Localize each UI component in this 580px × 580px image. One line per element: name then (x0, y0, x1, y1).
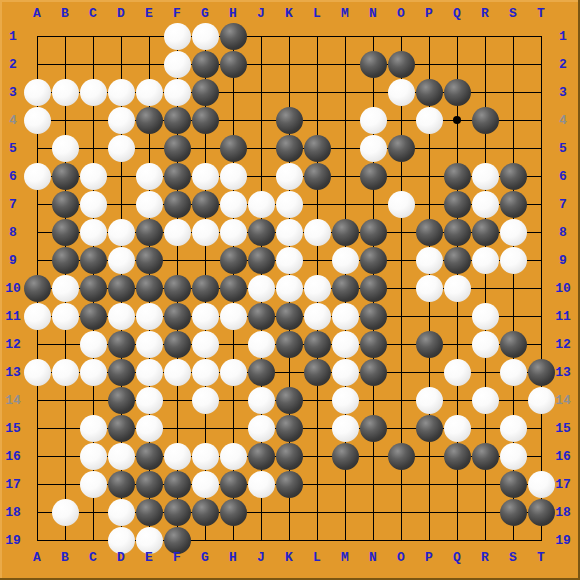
intersection-D18[interactable] (107, 498, 135, 526)
intersection-R5[interactable] (471, 134, 499, 162)
intersection-S15[interactable] (499, 414, 527, 442)
intersection-K8[interactable] (275, 218, 303, 246)
intersection-P18[interactable] (415, 498, 443, 526)
intersection-F2[interactable] (163, 50, 191, 78)
intersection-N5[interactable] (359, 134, 387, 162)
intersection-C6[interactable] (79, 162, 107, 190)
intersection-R6[interactable] (471, 162, 499, 190)
intersection-E3[interactable] (135, 78, 163, 106)
intersection-H12[interactable] (219, 330, 247, 358)
intersection-G4[interactable] (191, 106, 219, 134)
intersection-D7[interactable] (107, 190, 135, 218)
intersection-G14[interactable] (191, 386, 219, 414)
intersection-N10[interactable] (359, 274, 387, 302)
intersection-K9[interactable] (275, 246, 303, 274)
intersection-E12[interactable] (135, 330, 163, 358)
intersection-F3[interactable] (163, 78, 191, 106)
intersection-G13[interactable] (191, 358, 219, 386)
intersection-P2[interactable] (415, 50, 443, 78)
intersection-R17[interactable] (471, 470, 499, 498)
intersection-K1[interactable] (275, 22, 303, 50)
intersection-J18[interactable] (247, 498, 275, 526)
intersection-O9[interactable] (387, 246, 415, 274)
intersection-A6[interactable] (23, 162, 51, 190)
intersection-K10[interactable] (275, 274, 303, 302)
intersection-O2[interactable] (387, 50, 415, 78)
intersection-O1[interactable] (387, 22, 415, 50)
intersection-D16[interactable] (107, 442, 135, 470)
intersection-B9[interactable] (51, 246, 79, 274)
intersection-Q7[interactable] (443, 190, 471, 218)
intersection-G11[interactable] (191, 302, 219, 330)
intersection-N11[interactable] (359, 302, 387, 330)
intersection-Q5[interactable] (443, 134, 471, 162)
intersection-R13[interactable] (471, 358, 499, 386)
intersection-B14[interactable] (51, 386, 79, 414)
intersection-G16[interactable] (191, 442, 219, 470)
intersection-S8[interactable] (499, 218, 527, 246)
intersection-H11[interactable] (219, 302, 247, 330)
intersection-G5[interactable] (191, 134, 219, 162)
intersection-O10[interactable] (387, 274, 415, 302)
intersection-G6[interactable] (191, 162, 219, 190)
intersection-C14[interactable] (79, 386, 107, 414)
intersection-M8[interactable] (331, 218, 359, 246)
intersection-Q2[interactable] (443, 50, 471, 78)
intersection-O6[interactable] (387, 162, 415, 190)
intersection-D11[interactable] (107, 302, 135, 330)
intersection-B5[interactable] (51, 134, 79, 162)
intersection-S11[interactable] (499, 302, 527, 330)
intersection-B8[interactable] (51, 218, 79, 246)
intersection-C1[interactable] (79, 22, 107, 50)
intersection-E1[interactable] (135, 22, 163, 50)
intersection-B4[interactable] (51, 106, 79, 134)
intersection-K3[interactable] (275, 78, 303, 106)
intersection-O16[interactable] (387, 442, 415, 470)
intersection-D3[interactable] (107, 78, 135, 106)
intersection-P11[interactable] (415, 302, 443, 330)
intersection-Q13[interactable] (443, 358, 471, 386)
intersection-J14[interactable] (247, 386, 275, 414)
intersection-L13[interactable] (303, 358, 331, 386)
intersection-B16[interactable] (51, 442, 79, 470)
intersection-B6[interactable] (51, 162, 79, 190)
intersection-N6[interactable] (359, 162, 387, 190)
intersection-A17[interactable] (23, 470, 51, 498)
intersection-S2[interactable] (499, 50, 527, 78)
intersection-D2[interactable] (107, 50, 135, 78)
intersection-C4[interactable] (79, 106, 107, 134)
intersection-Q3[interactable] (443, 78, 471, 106)
intersection-A4[interactable] (23, 106, 51, 134)
intersection-D6[interactable] (107, 162, 135, 190)
intersection-D10[interactable] (107, 274, 135, 302)
intersection-H13[interactable] (219, 358, 247, 386)
intersection-B11[interactable] (51, 302, 79, 330)
intersection-J9[interactable] (247, 246, 275, 274)
intersection-S10[interactable] (499, 274, 527, 302)
intersection-S5[interactable] (499, 134, 527, 162)
intersection-Q10[interactable] (443, 274, 471, 302)
intersection-H7[interactable] (219, 190, 247, 218)
intersection-F13[interactable] (163, 358, 191, 386)
intersection-B3[interactable] (51, 78, 79, 106)
intersection-A1[interactable] (23, 22, 51, 50)
intersection-B13[interactable] (51, 358, 79, 386)
intersection-P7[interactable] (415, 190, 443, 218)
intersection-E6[interactable] (135, 162, 163, 190)
intersection-F16[interactable] (163, 442, 191, 470)
intersection-H10[interactable] (219, 274, 247, 302)
intersection-J10[interactable] (247, 274, 275, 302)
intersection-N18[interactable] (359, 498, 387, 526)
intersection-G9[interactable] (191, 246, 219, 274)
intersection-M6[interactable] (331, 162, 359, 190)
intersection-P16[interactable] (415, 442, 443, 470)
intersection-H14[interactable] (219, 386, 247, 414)
intersection-Q11[interactable] (443, 302, 471, 330)
intersection-F8[interactable] (163, 218, 191, 246)
intersection-G12[interactable] (191, 330, 219, 358)
intersection-L14[interactable] (303, 386, 331, 414)
intersection-E16[interactable] (135, 442, 163, 470)
intersection-P10[interactable] (415, 274, 443, 302)
intersection-F7[interactable] (163, 190, 191, 218)
intersection-R11[interactable] (471, 302, 499, 330)
intersection-H18[interactable] (219, 498, 247, 526)
intersection-R4[interactable] (471, 106, 499, 134)
intersection-E9[interactable] (135, 246, 163, 274)
intersection-S18[interactable] (499, 498, 527, 526)
intersection-J8[interactable] (247, 218, 275, 246)
intersection-E4[interactable] (135, 106, 163, 134)
intersection-Q18[interactable] (443, 498, 471, 526)
intersection-E15[interactable] (135, 414, 163, 442)
intersection-E2[interactable] (135, 50, 163, 78)
intersection-K15[interactable] (275, 414, 303, 442)
intersection-J15[interactable] (247, 414, 275, 442)
intersection-B18[interactable] (51, 498, 79, 526)
intersection-H2[interactable] (219, 50, 247, 78)
intersection-A13[interactable] (23, 358, 51, 386)
intersection-L11[interactable] (303, 302, 331, 330)
intersection-K17[interactable] (275, 470, 303, 498)
intersection-E14[interactable] (135, 386, 163, 414)
intersection-N17[interactable] (359, 470, 387, 498)
intersection-O15[interactable] (387, 414, 415, 442)
intersection-B12[interactable] (51, 330, 79, 358)
intersection-M3[interactable] (331, 78, 359, 106)
intersection-O8[interactable] (387, 218, 415, 246)
intersection-S3[interactable] (499, 78, 527, 106)
intersection-J17[interactable] (247, 470, 275, 498)
intersection-R10[interactable] (471, 274, 499, 302)
intersection-O11[interactable] (387, 302, 415, 330)
intersection-S13[interactable] (499, 358, 527, 386)
intersection-R3[interactable] (471, 78, 499, 106)
intersection-G17[interactable] (191, 470, 219, 498)
intersection-F12[interactable] (163, 330, 191, 358)
intersection-Q12[interactable] (443, 330, 471, 358)
intersection-Q8[interactable] (443, 218, 471, 246)
intersection-E8[interactable] (135, 218, 163, 246)
intersection-R1[interactable] (471, 22, 499, 50)
intersection-B15[interactable] (51, 414, 79, 442)
intersection-Q16[interactable] (443, 442, 471, 470)
intersection-P5[interactable] (415, 134, 443, 162)
intersection-A16[interactable] (23, 442, 51, 470)
intersection-C12[interactable] (79, 330, 107, 358)
intersection-A10[interactable] (23, 274, 51, 302)
intersection-G15[interactable] (191, 414, 219, 442)
intersection-N1[interactable] (359, 22, 387, 50)
intersection-P12[interactable] (415, 330, 443, 358)
intersection-H9[interactable] (219, 246, 247, 274)
intersection-L15[interactable] (303, 414, 331, 442)
intersection-N16[interactable] (359, 442, 387, 470)
intersection-S7[interactable] (499, 190, 527, 218)
intersection-O4[interactable] (387, 106, 415, 134)
intersection-J12[interactable] (247, 330, 275, 358)
intersection-D1[interactable] (107, 22, 135, 50)
intersection-G2[interactable] (191, 50, 219, 78)
intersection-K12[interactable] (275, 330, 303, 358)
intersection-S6[interactable] (499, 162, 527, 190)
intersection-M5[interactable] (331, 134, 359, 162)
intersection-B10[interactable] (51, 274, 79, 302)
intersection-N8[interactable] (359, 218, 387, 246)
intersection-Q6[interactable] (443, 162, 471, 190)
intersection-K4[interactable] (275, 106, 303, 134)
intersection-Q4[interactable] (443, 106, 471, 134)
intersection-P17[interactable] (415, 470, 443, 498)
intersection-R18[interactable] (471, 498, 499, 526)
intersection-M16[interactable] (331, 442, 359, 470)
intersection-G1[interactable] (191, 22, 219, 50)
intersection-M7[interactable] (331, 190, 359, 218)
intersection-F18[interactable] (163, 498, 191, 526)
intersection-H6[interactable] (219, 162, 247, 190)
intersection-Q15[interactable] (443, 414, 471, 442)
intersection-D15[interactable] (107, 414, 135, 442)
intersection-L10[interactable] (303, 274, 331, 302)
intersection-E5[interactable] (135, 134, 163, 162)
intersection-N15[interactable] (359, 414, 387, 442)
intersection-O12[interactable] (387, 330, 415, 358)
intersection-R8[interactable] (471, 218, 499, 246)
intersection-C10[interactable] (79, 274, 107, 302)
intersection-F5[interactable] (163, 134, 191, 162)
intersection-L1[interactable] (303, 22, 331, 50)
intersection-A5[interactable] (23, 134, 51, 162)
intersection-N3[interactable] (359, 78, 387, 106)
intersection-Q9[interactable] (443, 246, 471, 274)
intersection-R14[interactable] (471, 386, 499, 414)
intersection-L8[interactable] (303, 218, 331, 246)
intersection-C11[interactable] (79, 302, 107, 330)
intersection-N7[interactable] (359, 190, 387, 218)
intersection-M11[interactable] (331, 302, 359, 330)
intersection-F9[interactable] (163, 246, 191, 274)
intersection-P4[interactable] (415, 106, 443, 134)
intersection-H8[interactable] (219, 218, 247, 246)
intersection-P9[interactable] (415, 246, 443, 274)
intersection-K5[interactable] (275, 134, 303, 162)
intersection-R7[interactable] (471, 190, 499, 218)
intersection-A18[interactable] (23, 498, 51, 526)
intersection-P1[interactable] (415, 22, 443, 50)
intersection-G18[interactable] (191, 498, 219, 526)
intersection-C3[interactable] (79, 78, 107, 106)
intersection-P3[interactable] (415, 78, 443, 106)
intersection-S9[interactable] (499, 246, 527, 274)
intersection-O3[interactable] (387, 78, 415, 106)
intersection-K16[interactable] (275, 442, 303, 470)
intersection-D12[interactable] (107, 330, 135, 358)
intersection-H15[interactable] (219, 414, 247, 442)
intersection-B17[interactable] (51, 470, 79, 498)
intersection-C18[interactable] (79, 498, 107, 526)
intersection-M9[interactable] (331, 246, 359, 274)
intersection-F4[interactable] (163, 106, 191, 134)
intersection-M13[interactable] (331, 358, 359, 386)
intersection-F14[interactable] (163, 386, 191, 414)
intersection-E13[interactable] (135, 358, 163, 386)
intersection-M4[interactable] (331, 106, 359, 134)
intersection-L18[interactable] (303, 498, 331, 526)
intersection-S4[interactable] (499, 106, 527, 134)
intersection-J2[interactable] (247, 50, 275, 78)
intersection-L9[interactable] (303, 246, 331, 274)
intersection-E7[interactable] (135, 190, 163, 218)
intersection-F1[interactable] (163, 22, 191, 50)
intersection-N12[interactable] (359, 330, 387, 358)
intersection-N2[interactable] (359, 50, 387, 78)
intersection-H3[interactable] (219, 78, 247, 106)
intersection-J16[interactable] (247, 442, 275, 470)
intersection-C15[interactable] (79, 414, 107, 442)
intersection-J1[interactable] (247, 22, 275, 50)
intersection-M17[interactable] (331, 470, 359, 498)
intersection-B7[interactable] (51, 190, 79, 218)
intersection-L6[interactable] (303, 162, 331, 190)
intersection-F6[interactable] (163, 162, 191, 190)
intersection-H1[interactable] (219, 22, 247, 50)
intersection-Q17[interactable] (443, 470, 471, 498)
intersection-M10[interactable] (331, 274, 359, 302)
intersection-O14[interactable] (387, 386, 415, 414)
intersection-P8[interactable] (415, 218, 443, 246)
intersection-E18[interactable] (135, 498, 163, 526)
intersection-J7[interactable] (247, 190, 275, 218)
intersection-C17[interactable] (79, 470, 107, 498)
intersection-A8[interactable] (23, 218, 51, 246)
intersection-C8[interactable] (79, 218, 107, 246)
intersection-L7[interactable] (303, 190, 331, 218)
intersection-N4[interactable] (359, 106, 387, 134)
intersection-P13[interactable] (415, 358, 443, 386)
intersection-A7[interactable] (23, 190, 51, 218)
intersection-S1[interactable] (499, 22, 527, 50)
intersection-N9[interactable] (359, 246, 387, 274)
intersection-B1[interactable] (51, 22, 79, 50)
intersection-L16[interactable] (303, 442, 331, 470)
intersection-S14[interactable] (499, 386, 527, 414)
intersection-M18[interactable] (331, 498, 359, 526)
intersection-S17[interactable] (499, 470, 527, 498)
intersection-J3[interactable] (247, 78, 275, 106)
intersection-B2[interactable] (51, 50, 79, 78)
intersection-E11[interactable] (135, 302, 163, 330)
intersection-Q14[interactable] (443, 386, 471, 414)
intersection-P6[interactable] (415, 162, 443, 190)
intersection-E10[interactable] (135, 274, 163, 302)
intersection-F10[interactable] (163, 274, 191, 302)
intersection-D5[interactable] (107, 134, 135, 162)
intersection-A3[interactable] (23, 78, 51, 106)
intersection-D13[interactable] (107, 358, 135, 386)
intersection-M14[interactable] (331, 386, 359, 414)
intersection-K7[interactable] (275, 190, 303, 218)
intersection-D14[interactable] (107, 386, 135, 414)
intersection-A15[interactable] (23, 414, 51, 442)
intersection-R16[interactable] (471, 442, 499, 470)
intersection-H5[interactable] (219, 134, 247, 162)
intersection-A14[interactable] (23, 386, 51, 414)
intersection-G10[interactable] (191, 274, 219, 302)
intersection-G8[interactable] (191, 218, 219, 246)
intersection-O5[interactable] (387, 134, 415, 162)
intersection-K13[interactable] (275, 358, 303, 386)
intersection-C7[interactable] (79, 190, 107, 218)
intersection-A2[interactable] (23, 50, 51, 78)
intersection-L2[interactable] (303, 50, 331, 78)
intersection-J6[interactable] (247, 162, 275, 190)
intersection-O13[interactable] (387, 358, 415, 386)
intersection-O17[interactable] (387, 470, 415, 498)
intersection-F15[interactable] (163, 414, 191, 442)
intersection-M15[interactable] (331, 414, 359, 442)
intersection-R15[interactable] (471, 414, 499, 442)
intersection-J4[interactable] (247, 106, 275, 134)
intersection-P15[interactable] (415, 414, 443, 442)
intersection-P14[interactable] (415, 386, 443, 414)
intersection-D17[interactable] (107, 470, 135, 498)
intersection-S12[interactable] (499, 330, 527, 358)
intersection-A11[interactable] (23, 302, 51, 330)
intersection-D8[interactable] (107, 218, 135, 246)
intersection-E17[interactable] (135, 470, 163, 498)
intersection-G7[interactable] (191, 190, 219, 218)
intersection-N13[interactable] (359, 358, 387, 386)
intersection-J13[interactable] (247, 358, 275, 386)
intersection-L3[interactable] (303, 78, 331, 106)
intersection-O18[interactable] (387, 498, 415, 526)
intersection-K6[interactable] (275, 162, 303, 190)
intersection-K18[interactable] (275, 498, 303, 526)
intersection-K14[interactable] (275, 386, 303, 414)
intersection-F11[interactable] (163, 302, 191, 330)
intersection-C2[interactable] (79, 50, 107, 78)
intersection-D9[interactable] (107, 246, 135, 274)
intersection-H16[interactable] (219, 442, 247, 470)
intersection-J11[interactable] (247, 302, 275, 330)
intersection-H17[interactable] (219, 470, 247, 498)
intersection-R9[interactable] (471, 246, 499, 274)
intersection-L4[interactable] (303, 106, 331, 134)
intersection-M1[interactable] (331, 22, 359, 50)
